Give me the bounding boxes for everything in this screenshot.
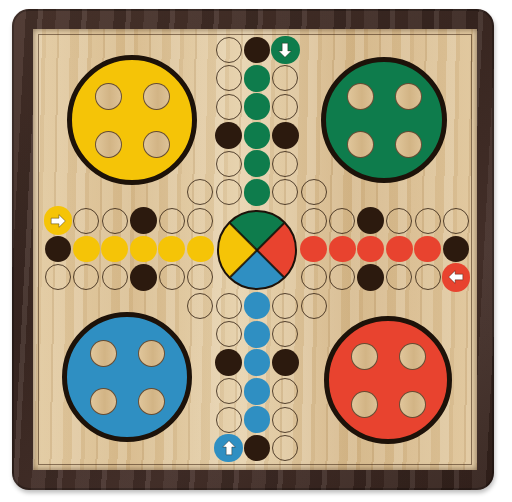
ludo-board-photo: [0, 0, 512, 502]
home-base-red[interactable]: [324, 316, 452, 444]
start-circle-B[interactable]: [214, 434, 242, 462]
home-peg-slot[interactable]: [351, 343, 378, 370]
track-hole[interactable]: [187, 208, 213, 234]
home-run-hole-R[interactable]: [414, 236, 441, 263]
track-hole[interactable]: [159, 264, 185, 290]
track-hole[interactable]: [386, 208, 412, 234]
home-peg-slot[interactable]: [399, 343, 426, 370]
track-hole[interactable]: [216, 321, 242, 347]
home-peg-slot[interactable]: [95, 131, 122, 158]
black-safety-spot[interactable]: [215, 122, 242, 149]
track-hole[interactable]: [216, 407, 242, 433]
up-arrow-icon: [219, 438, 239, 458]
track-hole[interactable]: [216, 94, 242, 120]
left-arrow-icon: [446, 267, 466, 287]
track-hole[interactable]: [102, 208, 128, 234]
home-run-hole-R[interactable]: [329, 236, 356, 263]
home-run-hole-Y[interactable]: [73, 236, 100, 263]
track-hole[interactable]: [187, 293, 213, 319]
home-run-hole-Y[interactable]: [187, 236, 214, 263]
home-run-hole-Y[interactable]: [130, 236, 157, 263]
track-hole[interactable]: [301, 208, 327, 234]
home-run-hole-B[interactable]: [244, 406, 271, 433]
track-hole[interactable]: [329, 208, 355, 234]
track-hole[interactable]: [443, 208, 469, 234]
home-peg-slot[interactable]: [138, 340, 165, 367]
black-safety-spot[interactable]: [130, 264, 157, 291]
home-peg-slot[interactable]: [143, 83, 170, 110]
home-peg-slot[interactable]: [90, 340, 117, 367]
home-base-yellow[interactable]: [67, 55, 197, 185]
home-peg-slot[interactable]: [90, 388, 117, 415]
home-base-blue[interactable]: [62, 312, 192, 442]
home-run-hole-G[interactable]: [244, 122, 271, 149]
track-hole[interactable]: [216, 151, 242, 177]
right-arrow-icon: [48, 211, 68, 231]
home-run-hole-B[interactable]: [244, 378, 271, 405]
black-safety-spot[interactable]: [215, 349, 242, 376]
track-hole[interactable]: [73, 208, 99, 234]
track-hole[interactable]: [272, 407, 298, 433]
home-peg-slot[interactable]: [347, 83, 374, 110]
home-run-hole-G[interactable]: [244, 65, 271, 92]
home-run-hole-B[interactable]: [244, 321, 271, 348]
home-run-hole-G[interactable]: [244, 179, 271, 206]
track-hole[interactable]: [301, 293, 327, 319]
home-peg-slot[interactable]: [395, 83, 422, 110]
home-peg-slot[interactable]: [395, 131, 422, 158]
black-safety-spot[interactable]: [272, 349, 299, 376]
start-circle-Y[interactable]: [44, 206, 72, 234]
black-safety-spot[interactable]: [130, 207, 157, 234]
black-safety-spot[interactable]: [357, 207, 384, 234]
track-hole[interactable]: [415, 208, 441, 234]
home-peg-slot[interactable]: [138, 388, 165, 415]
down-arrow-icon: [275, 40, 295, 60]
home-base-green[interactable]: [321, 57, 447, 183]
black-safety-spot[interactable]: [357, 264, 384, 291]
home-peg-slot[interactable]: [143, 131, 170, 158]
home-peg-slot[interactable]: [351, 391, 378, 418]
home-peg-slot[interactable]: [95, 83, 122, 110]
track-hole[interactable]: [216, 378, 242, 404]
track-hole[interactable]: [216, 179, 242, 205]
track-hole[interactable]: [415, 264, 441, 290]
center-goal-pinwheel[interactable]: [217, 210, 297, 290]
track-hole[interactable]: [159, 208, 185, 234]
home-peg-slot[interactable]: [399, 391, 426, 418]
track-hole[interactable]: [216, 65, 242, 91]
start-circle-R[interactable]: [442, 263, 470, 291]
black-safety-spot[interactable]: [272, 122, 299, 149]
track-hole[interactable]: [272, 151, 298, 177]
track-hole[interactable]: [216, 37, 242, 63]
home-peg-slot[interactable]: [347, 131, 374, 158]
track-hole[interactable]: [216, 293, 242, 319]
track-hole[interactable]: [301, 179, 327, 205]
home-run-hole-R[interactable]: [386, 236, 413, 263]
start-circle-G[interactable]: [271, 36, 299, 64]
